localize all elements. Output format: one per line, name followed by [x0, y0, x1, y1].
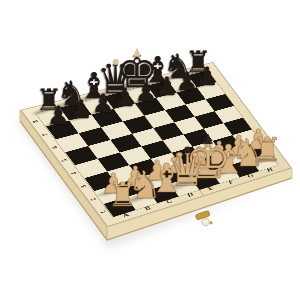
piece-black-pawn-f7[interactable]: ♟ — [155, 74, 178, 100]
piece-black-pawn-e7[interactable]: ♟ — [135, 79, 158, 105]
piece-black-pawn-b7[interactable]: ♟ — [70, 96, 93, 122]
piece-white-rook-a1[interactable]: ♜ — [108, 178, 138, 211]
piece-black-pawn-h7[interactable]: ♟ — [196, 63, 219, 89]
chess-set-photo: ABCDEFGH 12345678 ♜♞♝♟♚♟♛♟♝♟♞♟♜♟♟♟♟♟♟♜♞♟… — [0, 0, 300, 300]
piece-black-pawn-a7[interactable]: ♟ — [47, 102, 70, 128]
piece-black-pawn-c7[interactable]: ♟ — [92, 91, 115, 117]
white-queen-finial-icon — [184, 146, 192, 154]
piece-black-pawn-d7[interactable]: ♟ — [114, 85, 137, 111]
pieces-layer: ♜♞♝♟♚♟♛♟♝♟♞♟♜♟♟♟♟♟♟♜♞♟♝♟♚♟♛♟♝♟♞♜ — [0, 0, 300, 300]
piece-black-pawn-g7[interactable]: ♟ — [176, 68, 199, 94]
black-queen-finial-icon — [112, 58, 119, 65]
